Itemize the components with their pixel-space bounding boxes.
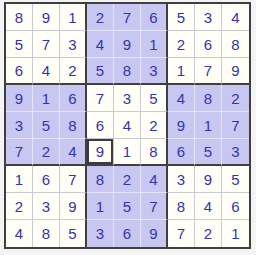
cell-r6c9[interactable]: 3: [222, 139, 249, 166]
cell-r2c1[interactable]: 5: [6, 31, 33, 58]
cell-r2c8[interactable]: 6: [195, 31, 222, 58]
cell-r7c4[interactable]: 8: [87, 166, 114, 193]
cell-r3c1[interactable]: 6: [6, 58, 33, 85]
cell-r8c8[interactable]: 4: [195, 193, 222, 220]
cell-r1c8[interactable]: 3: [195, 4, 222, 31]
cell-r2c7[interactable]: 2: [168, 31, 195, 58]
cell-r1c4[interactable]: 2: [87, 4, 114, 31]
cell-r7c6[interactable]: 4: [141, 166, 168, 193]
cell-r4c3[interactable]: 6: [60, 85, 87, 112]
cell-r1c6[interactable]: 6: [141, 4, 168, 31]
cell-r1c5[interactable]: 7: [114, 4, 141, 31]
cell-r3c6[interactable]: 3: [141, 58, 168, 85]
cell-r7c5[interactable]: 2: [114, 166, 141, 193]
cell-r3c2[interactable]: 4: [33, 58, 60, 85]
sudoku-board: 8912765345734912686425831799167354823586…: [4, 2, 251, 249]
cell-r6c8[interactable]: 5: [195, 139, 222, 166]
cell-r5c6[interactable]: 2: [141, 112, 168, 139]
cell-r1c9[interactable]: 4: [222, 4, 249, 31]
cell-r5c9[interactable]: 7: [222, 112, 249, 139]
cell-r1c2[interactable]: 9: [33, 4, 60, 31]
cell-r4c8[interactable]: 8: [195, 85, 222, 112]
cell-r8c3[interactable]: 9: [60, 193, 87, 220]
cell-r6c2[interactable]: 2: [33, 139, 60, 166]
cell-r5c2[interactable]: 5: [33, 112, 60, 139]
cell-r7c9[interactable]: 5: [222, 166, 249, 193]
cell-r9c9[interactable]: 1: [222, 220, 249, 247]
cell-r7c7[interactable]: 3: [168, 166, 195, 193]
cell-r9c3[interactable]: 5: [60, 220, 87, 247]
cell-r2c4[interactable]: 4: [87, 31, 114, 58]
cell-r8c1[interactable]: 2: [6, 193, 33, 220]
cell-r4c2[interactable]: 1: [33, 85, 60, 112]
cell-r6c5[interactable]: 1: [114, 139, 141, 166]
cell-r1c1[interactable]: 8: [6, 4, 33, 31]
cell-r9c7[interactable]: 7: [168, 220, 195, 247]
cell-r7c2[interactable]: 6: [33, 166, 60, 193]
cell-r5c7[interactable]: 9: [168, 112, 195, 139]
cell-r5c5[interactable]: 4: [114, 112, 141, 139]
cell-r8c2[interactable]: 3: [33, 193, 60, 220]
cell-r7c3[interactable]: 7: [60, 166, 87, 193]
cell-r2c3[interactable]: 3: [60, 31, 87, 58]
cell-r8c9[interactable]: 6: [222, 193, 249, 220]
cell-r1c7[interactable]: 5: [168, 4, 195, 31]
cell-r9c2[interactable]: 8: [33, 220, 60, 247]
cell-r4c1[interactable]: 9: [6, 85, 33, 112]
cell-r4c4[interactable]: 7: [87, 85, 114, 112]
cell-r9c4[interactable]: 3: [87, 220, 114, 247]
cell-r4c9[interactable]: 2: [222, 85, 249, 112]
cell-r2c6[interactable]: 1: [141, 31, 168, 58]
cell-r6c1[interactable]: 7: [6, 139, 33, 166]
cell-r7c8[interactable]: 9: [195, 166, 222, 193]
cell-r3c9[interactable]: 9: [222, 58, 249, 85]
cell-r1c3[interactable]: 1: [60, 4, 87, 31]
cell-r7c1[interactable]: 1: [6, 166, 33, 193]
cell-r5c8[interactable]: 1: [195, 112, 222, 139]
cell-r9c6[interactable]: 9: [141, 220, 168, 247]
cell-r9c1[interactable]: 4: [6, 220, 33, 247]
cell-r2c2[interactable]: 7: [33, 31, 60, 58]
cell-r6c3[interactable]: 4: [60, 139, 87, 166]
cell-r5c3[interactable]: 8: [60, 112, 87, 139]
cell-r9c8[interactable]: 2: [195, 220, 222, 247]
cell-r8c5[interactable]: 5: [114, 193, 141, 220]
cell-r3c8[interactable]: 7: [195, 58, 222, 85]
cell-r3c4[interactable]: 5: [87, 58, 114, 85]
cell-r6c7[interactable]: 6: [168, 139, 195, 166]
cell-r8c4[interactable]: 1: [87, 193, 114, 220]
cell-r4c6[interactable]: 5: [141, 85, 168, 112]
cell-r6c6[interactable]: 8: [141, 139, 168, 166]
cell-r3c5[interactable]: 8: [114, 58, 141, 85]
cell-r4c5[interactable]: 3: [114, 85, 141, 112]
cell-r2c9[interactable]: 8: [222, 31, 249, 58]
cell-r6c4[interactable]: 9: [87, 139, 114, 166]
cell-r5c1[interactable]: 3: [6, 112, 33, 139]
cell-r3c3[interactable]: 2: [60, 58, 87, 85]
cell-r5c4[interactable]: 6: [87, 112, 114, 139]
cell-r8c6[interactable]: 7: [141, 193, 168, 220]
cell-r8c7[interactable]: 8: [168, 193, 195, 220]
cell-r3c7[interactable]: 1: [168, 58, 195, 85]
cell-r2c5[interactable]: 9: [114, 31, 141, 58]
cell-r4c7[interactable]: 4: [168, 85, 195, 112]
cell-r9c5[interactable]: 6: [114, 220, 141, 247]
